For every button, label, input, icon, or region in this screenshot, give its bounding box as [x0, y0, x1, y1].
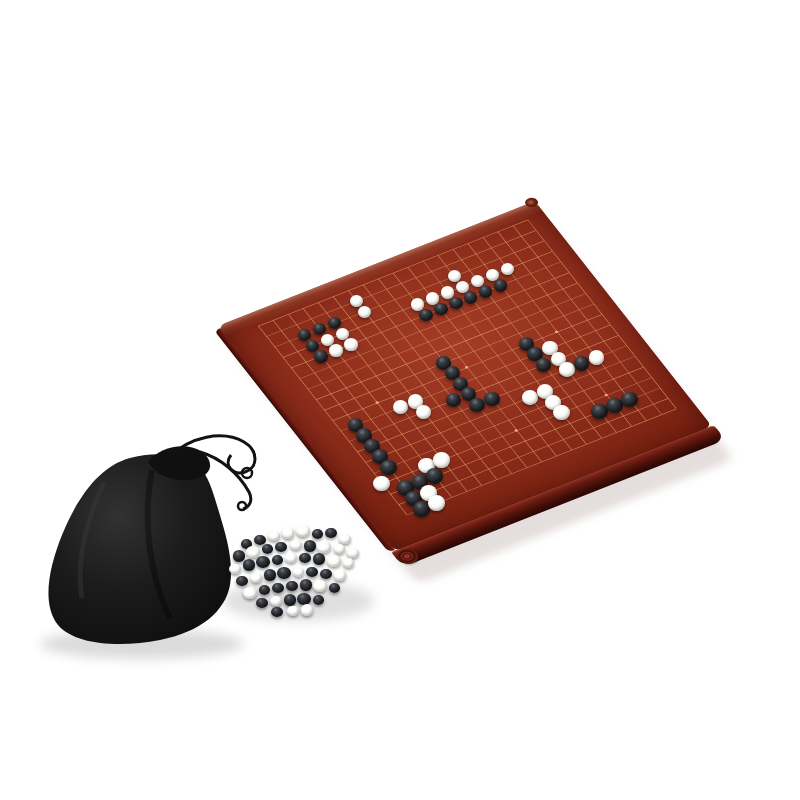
stone-bag: [48, 454, 231, 644]
cord-loop-end: [238, 502, 246, 510]
pile-shadow: [222, 581, 374, 621]
product-photo: [0, 0, 800, 800]
bag-and-shadows: [0, 0, 800, 800]
